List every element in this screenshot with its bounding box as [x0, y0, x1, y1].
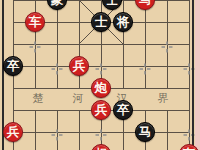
board-cell	[57, 22, 79, 44]
point-marker-cross	[29, 38, 41, 50]
river-label: 楚	[33, 93, 44, 104]
river-label: 界	[158, 93, 169, 104]
board-margin-strip	[195, 0, 200, 150]
point-marker-cross	[95, 60, 107, 72]
piece-red-soldier[interactable]: 兵	[91, 100, 111, 120]
point-marker-cross	[51, 60, 63, 72]
point-marker-cross	[51, 126, 63, 138]
piece-black-general[interactable]: 将	[113, 12, 133, 32]
piece-red-chariot[interactable]: 车	[25, 12, 45, 32]
piece-black-soldier[interactable]: 卒	[3, 56, 23, 76]
board-cell	[167, 0, 189, 22]
point-marker-cross	[161, 38, 173, 50]
piece-red-soldier[interactable]: 兵	[3, 122, 23, 142]
piece-black-advisor[interactable]: 士	[91, 12, 111, 32]
piece-red-cannon[interactable]: 炮	[91, 78, 111, 98]
piece-black-soldier[interactable]: 卒	[113, 100, 133, 120]
board-cell	[167, 88, 189, 110]
point-marker-cross	[139, 60, 151, 72]
piece-black-horse[interactable]: 马	[135, 122, 155, 142]
xiangqi-board[interactable]: 楚河汉界 象士马车士将卒兵炮兵卒兵马相车	[0, 0, 200, 150]
piece-red-soldier[interactable]: 兵	[69, 56, 89, 76]
point-marker-cross	[95, 126, 107, 138]
board-frame-right	[192, 0, 194, 150]
river-label: 河	[73, 93, 84, 104]
